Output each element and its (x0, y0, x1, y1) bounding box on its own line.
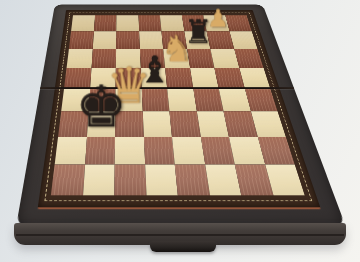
photo-background: { "game": "chess", "description": "Foldi… (0, 0, 360, 262)
square-d2[interactable] (144, 136, 175, 164)
square-e1[interactable] (175, 164, 210, 195)
square-d8[interactable] (138, 15, 161, 31)
square-h5[interactable] (239, 68, 270, 89)
square-c8[interactable] (116, 15, 139, 31)
square-d1[interactable] (145, 164, 178, 195)
square-a1[interactable] (51, 164, 85, 195)
case-latch[interactable] (150, 241, 216, 252)
square-c1[interactable] (114, 164, 146, 195)
square-h8[interactable] (225, 15, 252, 31)
square-e2[interactable] (172, 136, 205, 164)
square-a6[interactable] (67, 49, 93, 68)
square-a2[interactable] (55, 136, 87, 164)
square-h4[interactable] (245, 89, 278, 112)
board-frame: ♟♜♞♝♛♚ (38, 10, 321, 209)
square-a7[interactable] (69, 31, 94, 48)
square-h7[interactable] (229, 31, 257, 48)
square-b8[interactable] (94, 15, 117, 31)
square-c7[interactable] (116, 31, 140, 48)
square-h2[interactable] (257, 136, 294, 164)
square-e4[interactable] (167, 89, 196, 112)
square-d3[interactable] (142, 111, 172, 136)
square-h3[interactable] (251, 111, 286, 136)
piece-cell-b3: ♚ (87, 111, 116, 136)
square-e3[interactable] (169, 111, 200, 136)
square-b2[interactable] (85, 136, 115, 164)
square-b1[interactable] (83, 164, 115, 195)
square-a8[interactable] (71, 15, 95, 31)
square-d7[interactable] (139, 31, 163, 48)
case-seam (16, 234, 344, 236)
chess-case: ♟♜♞♝♛♚ (16, 4, 346, 227)
square-b7[interactable] (93, 31, 117, 48)
black-king-b3[interactable]: ♚ (75, 80, 127, 135)
square-c2[interactable] (115, 136, 145, 164)
square-h6[interactable] (234, 49, 264, 68)
